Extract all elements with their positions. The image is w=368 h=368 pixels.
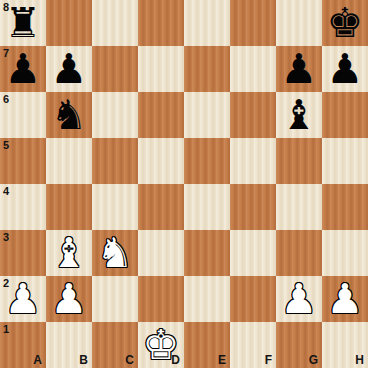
square-a5[interactable]: 5 — [0, 138, 46, 184]
rank-label-5: 5 — [3, 139, 9, 151]
piece-white-bishop[interactable]: ♝ — [51, 230, 88, 276]
square-b7[interactable]: ♟ — [46, 46, 92, 92]
piece-white-pawn[interactable]: ♟ — [327, 276, 364, 322]
square-h4[interactable] — [322, 184, 368, 230]
square-g7[interactable]: ♟ — [276, 46, 322, 92]
square-d4[interactable] — [138, 184, 184, 230]
square-b2[interactable]: ♟ — [46, 276, 92, 322]
square-d3[interactable] — [138, 230, 184, 276]
square-h5[interactable] — [322, 138, 368, 184]
file-label-e: E — [218, 353, 226, 367]
square-f4[interactable] — [230, 184, 276, 230]
square-e1[interactable]: E — [184, 322, 230, 368]
square-c5[interactable] — [92, 138, 138, 184]
square-a4[interactable]: 4 — [0, 184, 46, 230]
piece-white-pawn[interactable]: ♟ — [281, 276, 318, 322]
square-a3[interactable]: 3 — [0, 230, 46, 276]
square-a7[interactable]: 7♟ — [0, 46, 46, 92]
square-f3[interactable] — [230, 230, 276, 276]
square-g4[interactable] — [276, 184, 322, 230]
square-f8[interactable] — [230, 0, 276, 46]
square-a6[interactable]: 6 — [0, 92, 46, 138]
square-d1[interactable]: D♚ — [138, 322, 184, 368]
square-a2[interactable]: 2♟ — [0, 276, 46, 322]
square-e4[interactable] — [184, 184, 230, 230]
rank-label-3: 3 — [3, 231, 9, 243]
square-g1[interactable]: G — [276, 322, 322, 368]
square-g2[interactable]: ♟ — [276, 276, 322, 322]
piece-black-knight[interactable]: ♞ — [51, 92, 88, 138]
piece-white-pawn[interactable]: ♟ — [5, 276, 42, 322]
file-label-b: B — [79, 353, 88, 367]
file-label-a: A — [33, 353, 42, 367]
square-f7[interactable] — [230, 46, 276, 92]
chess-board: 8♜♚7♟♟♟♟6♞♝543♝♞2♟♟♟♟1ABCD♚EFGH — [0, 0, 368, 368]
square-c2[interactable] — [92, 276, 138, 322]
square-d7[interactable] — [138, 46, 184, 92]
square-a8[interactable]: 8♜ — [0, 0, 46, 46]
square-e6[interactable] — [184, 92, 230, 138]
square-b4[interactable] — [46, 184, 92, 230]
square-a1[interactable]: 1A — [0, 322, 46, 368]
file-label-h: H — [355, 353, 364, 367]
square-c1[interactable]: C — [92, 322, 138, 368]
square-f5[interactable] — [230, 138, 276, 184]
square-f2[interactable] — [230, 276, 276, 322]
square-e2[interactable] — [184, 276, 230, 322]
piece-black-rook[interactable]: ♜ — [5, 0, 42, 46]
square-g5[interactable] — [276, 138, 322, 184]
square-d2[interactable] — [138, 276, 184, 322]
square-b6[interactable]: ♞ — [46, 92, 92, 138]
piece-black-pawn[interactable]: ♟ — [51, 46, 88, 92]
square-h3[interactable] — [322, 230, 368, 276]
piece-black-pawn[interactable]: ♟ — [327, 46, 364, 92]
square-h6[interactable] — [322, 92, 368, 138]
square-c7[interactable] — [92, 46, 138, 92]
square-c4[interactable] — [92, 184, 138, 230]
piece-white-knight[interactable]: ♞ — [97, 230, 134, 276]
square-e8[interactable] — [184, 0, 230, 46]
square-h2[interactable]: ♟ — [322, 276, 368, 322]
square-f6[interactable] — [230, 92, 276, 138]
square-e7[interactable] — [184, 46, 230, 92]
rank-label-1: 1 — [3, 323, 9, 335]
square-d6[interactable] — [138, 92, 184, 138]
square-g8[interactable] — [276, 0, 322, 46]
file-label-g: G — [309, 353, 318, 367]
square-f1[interactable]: F — [230, 322, 276, 368]
square-c6[interactable] — [92, 92, 138, 138]
square-d5[interactable] — [138, 138, 184, 184]
square-b3[interactable]: ♝ — [46, 230, 92, 276]
piece-black-pawn[interactable]: ♟ — [281, 46, 318, 92]
square-g6[interactable]: ♝ — [276, 92, 322, 138]
piece-black-pawn[interactable]: ♟ — [5, 46, 42, 92]
piece-black-king[interactable]: ♚ — [327, 0, 364, 46]
square-c3[interactable]: ♞ — [92, 230, 138, 276]
square-h1[interactable]: H — [322, 322, 368, 368]
square-e5[interactable] — [184, 138, 230, 184]
rank-label-6: 6 — [3, 93, 9, 105]
piece-white-king[interactable]: ♚ — [143, 322, 180, 368]
square-c8[interactable] — [92, 0, 138, 46]
square-e3[interactable] — [184, 230, 230, 276]
file-label-f: F — [265, 353, 272, 367]
square-b5[interactable] — [46, 138, 92, 184]
rank-label-4: 4 — [3, 185, 9, 197]
piece-black-bishop[interactable]: ♝ — [281, 92, 318, 138]
piece-white-pawn[interactable]: ♟ — [51, 276, 88, 322]
file-label-c: C — [125, 353, 134, 367]
square-d8[interactable] — [138, 0, 184, 46]
square-g3[interactable] — [276, 230, 322, 276]
square-b1[interactable]: B — [46, 322, 92, 368]
square-b8[interactable] — [46, 0, 92, 46]
square-h7[interactable]: ♟ — [322, 46, 368, 92]
square-h8[interactable]: ♚ — [322, 0, 368, 46]
